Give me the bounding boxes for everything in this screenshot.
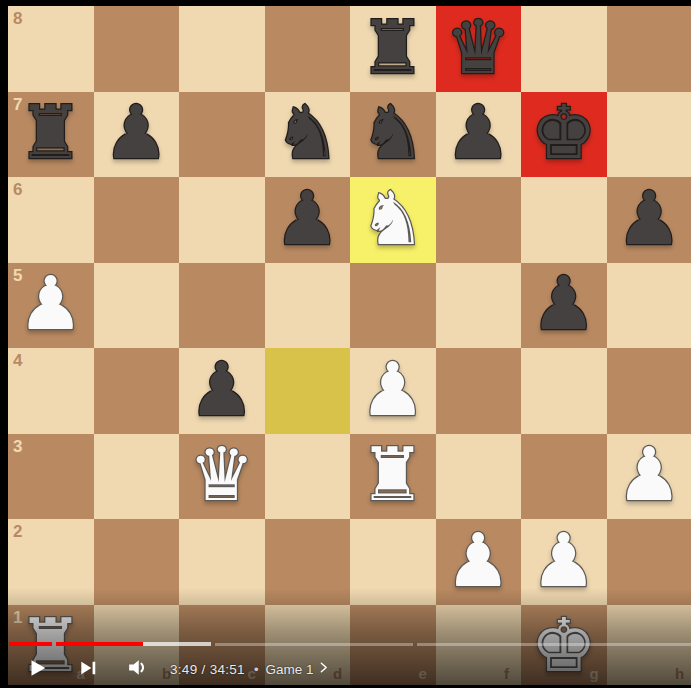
square-b6 [94,177,180,263]
black-knight: ♞ [360,95,426,169]
square-h8 [607,6,691,92]
square-a7: ♜ [8,92,94,178]
square-a4 [8,348,94,434]
black-king: ♚ [531,95,597,169]
black-rook: ♜ [18,95,84,169]
square-d7: ♞ [265,92,351,178]
next-button[interactable] [78,658,98,681]
square-b8 [94,6,180,92]
progress-bar[interactable] [0,642,691,647]
square-e6: ♞ [350,177,436,263]
white-rook: ♜ [360,437,426,511]
square-b7: ♟ [94,92,180,178]
square-h4 [607,348,691,434]
square-f4 [436,348,522,434]
square-e7: ♞ [350,92,436,178]
square-f3 [436,434,522,520]
black-pawn: ♟ [189,352,255,426]
chess-board: ♜♛♜♟♞♞♟♚♟♞♟♟♟♟♟♛♜♟♟♟♜♚87654321abcdefgh [8,6,691,688]
square-h7 [607,92,691,178]
square-e3: ♜ [350,434,436,520]
volume-button[interactable] [125,655,150,683]
time-display: 3:49 / 34:51 [170,662,245,677]
white-pawn: ♟ [616,437,682,511]
chapter-dot: • [254,662,259,677]
black-pawn: ♟ [445,95,511,169]
progress-segment-remaining[interactable] [417,643,691,646]
black-pawn: ♟ [103,95,169,169]
white-knight: ♞ [360,181,426,255]
square-g6 [521,177,607,263]
square-g7: ♚ [521,92,607,178]
volume-icon [125,655,150,683]
progress-segment-remaining[interactable] [215,643,413,646]
square-d6: ♟ [265,177,351,263]
progress-segment-buffered[interactable] [143,642,211,646]
play-icon [26,657,48,682]
square-a5: ♟ [8,263,94,349]
white-pawn: ♟ [360,352,426,426]
square-c7 [179,92,265,178]
square-h6: ♟ [607,177,691,263]
square-f7: ♟ [436,92,522,178]
video-player[interactable]: ♜♛♜♟♞♞♟♚♟♞♟♟♟♟♟♛♜♟♟♟♜♚87654321abcdefgh 3… [0,0,691,688]
progress-segment-played[interactable] [56,642,143,646]
square-e5 [350,263,436,349]
square-e8: ♜ [350,6,436,92]
square-c8 [179,6,265,92]
square-d3 [265,434,351,520]
square-b5 [94,263,180,349]
chapter-button[interactable]: Game 1 [265,661,329,677]
square-d8 [265,6,351,92]
square-b4 [94,348,180,434]
square-d4 [265,348,351,434]
black-pawn: ♟ [274,181,340,255]
square-g4 [521,348,607,434]
square-g3 [521,434,607,520]
square-f8: ♛ [436,6,522,92]
square-a3 [8,434,94,520]
next-icon [78,658,98,681]
square-d5 [265,263,351,349]
black-knight: ♞ [274,95,340,169]
square-a8 [8,6,94,92]
white-pawn: ♟ [445,523,511,597]
square-a6 [8,177,94,263]
player-controls: 3:49 / 34:51 • Game 1 [0,654,691,684]
square-e4: ♟ [350,348,436,434]
square-c6 [179,177,265,263]
square-g5: ♟ [521,263,607,349]
black-queen: ♛ [445,10,511,84]
black-rook: ♜ [360,10,426,84]
progress-segment-played[interactable] [9,642,52,646]
black-pawn: ♟ [531,266,597,340]
black-pawn: ♟ [616,181,682,255]
video-left-border [0,0,8,688]
square-c3: ♛ [179,434,265,520]
chapter-chevron-icon [314,661,330,677]
square-b3 [94,434,180,520]
square-h3: ♟ [607,434,691,520]
square-c4: ♟ [179,348,265,434]
square-f5 [436,263,522,349]
square-g8 [521,6,607,92]
square-c5 [179,263,265,349]
white-queen: ♛ [189,437,255,511]
play-button[interactable] [26,657,48,682]
video-top-border [0,0,691,6]
square-f6 [436,177,522,263]
square-h5 [607,263,691,349]
chapter-title: Game 1 [265,662,313,677]
white-pawn: ♟ [18,266,84,340]
white-pawn: ♟ [531,523,597,597]
